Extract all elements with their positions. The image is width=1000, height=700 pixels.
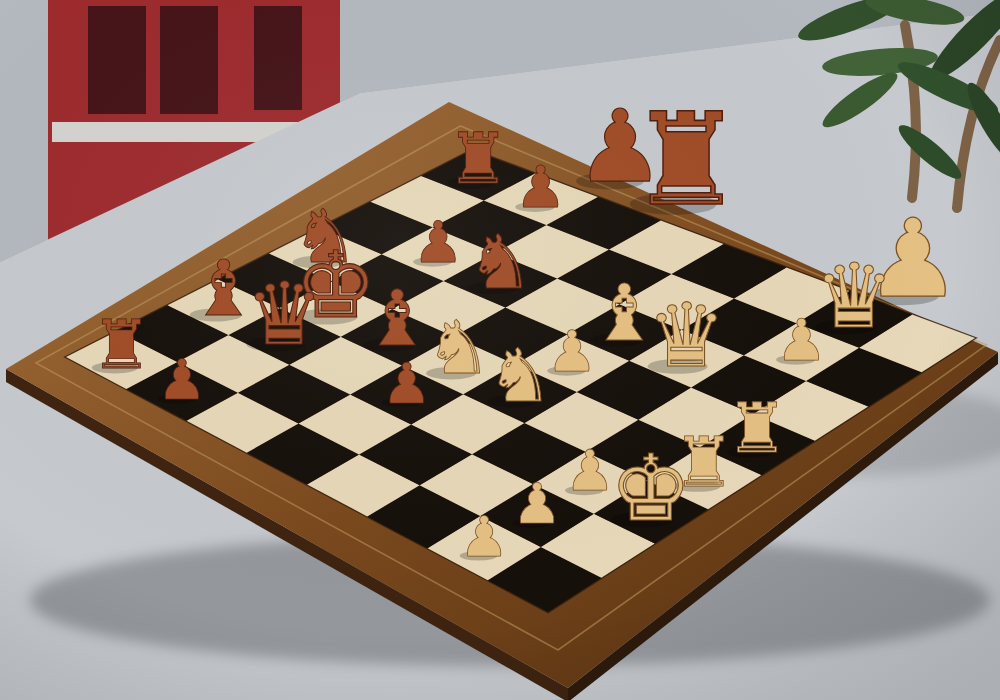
piece-red-pawn-c5-glyph: ♟ bbox=[381, 351, 431, 416]
piece-red-knight-f6-glyph: ♞ bbox=[467, 219, 534, 306]
piece-white-king-c1-glyph: ♚ bbox=[610, 435, 692, 542]
piece-white-pawn-e4[interactable]: ♟ bbox=[547, 318, 598, 384]
phone-booth-mullion bbox=[146, 6, 160, 114]
piece-red-pawn-h7[interactable]: ♟ bbox=[515, 153, 567, 221]
piece-white-rook-e1[interactable]: ♜ bbox=[726, 388, 788, 468]
piece-white-pawn-g2[interactable]: ♟ bbox=[776, 307, 827, 374]
piece-white-pawn-a2-glyph: ♟ bbox=[459, 504, 509, 569]
piece-white-pawn-c2[interactable]: ♟ bbox=[565, 438, 615, 503]
phone-booth-pane bbox=[254, 6, 302, 110]
phone-booth-band bbox=[52, 122, 298, 142]
piece-red-pawn-f7[interactable]: ♟ bbox=[413, 209, 464, 275]
piece-white-pawn-g2-glyph: ♟ bbox=[776, 307, 827, 374]
piece-white-knight-d5-glyph: ♞ bbox=[425, 305, 491, 390]
piece-white-rook-e1-glyph: ♜ bbox=[726, 388, 788, 468]
piece-red-rook-h8[interactable]: ♜ bbox=[447, 118, 510, 200]
piece-red-pawn-a7[interactable]: ♟ bbox=[157, 347, 207, 412]
piece-white-pawn-a2[interactable]: ♟ bbox=[459, 504, 509, 569]
piece-red-queen-c7[interactable]: ♛ bbox=[246, 264, 324, 364]
captured-red-rook[interactable]: ♜ bbox=[629, 85, 744, 234]
piece-white-pawn-c2-glyph: ♟ bbox=[565, 438, 615, 503]
piece-red-pawn-f7-glyph: ♟ bbox=[413, 209, 464, 275]
captured-red-rook-glyph: ♜ bbox=[629, 85, 744, 234]
piece-white-king-c1[interactable]: ♚ bbox=[610, 435, 692, 542]
piece-white-pawn-b2[interactable]: ♟ bbox=[512, 471, 562, 536]
piece-red-queen-c7-glyph: ♛ bbox=[246, 264, 324, 364]
piece-white-knight-d4-glyph: ♞ bbox=[487, 333, 553, 418]
piece-red-pawn-h7-glyph: ♟ bbox=[515, 153, 567, 221]
piece-white-queen-f3[interactable]: ♛ bbox=[647, 284, 726, 387]
piece-red-pawn-a7-glyph: ♟ bbox=[157, 347, 207, 412]
scene: ♟♜♜♟♟♞♞♟♝♚♛♝♛♝♟♛♜♟♞♟♞♟♜♜♟♚♟♟ bbox=[0, 0, 1000, 700]
piece-white-queen-f3-glyph: ♛ bbox=[647, 284, 726, 387]
piece-white-pawn-e4-glyph: ♟ bbox=[547, 318, 598, 384]
piece-red-knight-f6[interactable]: ♞ bbox=[467, 219, 534, 306]
piece-red-rook-a8[interactable]: ♜ bbox=[91, 305, 152, 384]
piece-red-pawn-c5[interactable]: ♟ bbox=[381, 351, 431, 416]
piece-red-rook-h8-glyph: ♜ bbox=[447, 118, 510, 200]
piece-red-bishop-d6-glyph: ♝ bbox=[362, 273, 431, 363]
piece-white-knight-d4[interactable]: ♞ bbox=[487, 333, 553, 418]
piece-red-bishop-d6[interactable]: ♝ bbox=[362, 273, 431, 363]
piece-white-pawn-b2-glyph: ♟ bbox=[512, 471, 562, 536]
piece-white-knight-d5[interactable]: ♞ bbox=[425, 305, 491, 390]
piece-red-rook-a8-glyph: ♜ bbox=[91, 305, 152, 384]
